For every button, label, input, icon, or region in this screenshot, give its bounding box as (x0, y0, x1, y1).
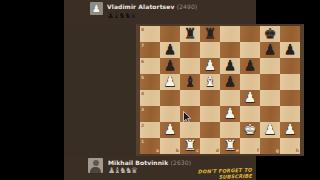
square-c2[interactable] (180, 122, 200, 138)
square-g8[interactable]: ♚ (260, 26, 280, 42)
bottom-player-rating: (2630) (171, 159, 192, 166)
square-a7[interactable]: 7 (140, 42, 160, 58)
avatar-photo-shoulders (90, 167, 101, 174)
piece-black-pawn[interactable]: ♟ (280, 41, 300, 57)
piece-white-pawn[interactable]: ♟ (240, 89, 260, 105)
piece-white-pawn[interactable]: ♟ (160, 121, 180, 137)
piece-white-pawn[interactable]: ♟ (280, 121, 300, 137)
square-f2[interactable]: ♚ (240, 122, 260, 138)
rank-label-5: 5 (141, 75, 144, 80)
file-label-g: g (276, 148, 279, 153)
bottom-captured-queen: ♛ (131, 166, 137, 175)
top-captured-tray: ♟♝♞♞♛ (107, 11, 135, 20)
square-c7[interactable] (180, 42, 200, 58)
square-a2[interactable]: 2 (140, 122, 160, 138)
square-f8[interactable] (240, 26, 260, 42)
square-g6[interactable] (260, 58, 280, 74)
square-e4[interactable] (220, 90, 240, 106)
square-b5[interactable]: ♟ (160, 74, 180, 90)
square-e6[interactable]: ♟ (220, 58, 240, 74)
piece-black-pawn[interactable]: ♟ (160, 57, 180, 73)
file-label-a: a (156, 148, 159, 153)
square-h4[interactable] (280, 90, 300, 106)
piece-black-king[interactable]: ♚ (260, 25, 280, 41)
square-g2[interactable]: ♟ (260, 122, 280, 138)
piece-white-pawn[interactable]: ♟ (160, 73, 180, 89)
piece-black-pawn[interactable]: ♟ (160, 41, 180, 57)
top-player-rating: (2490) (177, 3, 198, 10)
piece-white-pawn[interactable]: ♟ (220, 105, 240, 121)
square-e2[interactable] (220, 122, 240, 138)
bottom-player-avatar[interactable] (88, 158, 103, 173)
piece-black-pawn[interactable]: ♟ (220, 57, 240, 73)
square-f5[interactable] (240, 74, 260, 90)
rank-label-2: 2 (141, 123, 144, 128)
piece-black-rook[interactable]: ♜ (200, 25, 220, 41)
square-b6[interactable]: ♟ (160, 58, 180, 74)
square-a3[interactable]: 3 (140, 106, 160, 122)
square-b8[interactable] (160, 26, 180, 42)
rank-label-4: 4 (141, 91, 144, 96)
file-label-b: b (176, 148, 179, 153)
square-c8[interactable]: ♜ (180, 26, 200, 42)
square-a4[interactable]: 4 (140, 90, 160, 106)
square-e5[interactable]: ♟ (220, 74, 240, 90)
shorts-frame: ♟ Vladimir Alatortsev (2490) ♟♝♞♞♛ 8♜♜♚7… (0, 0, 320, 180)
square-b4[interactable] (160, 90, 180, 106)
piece-white-rook[interactable]: ♜ (180, 137, 200, 153)
square-d1[interactable]: d (200, 138, 220, 154)
square-h8[interactable] (280, 26, 300, 42)
piece-black-pawn[interactable]: ♟ (240, 57, 260, 73)
square-e3[interactable]: ♟ (220, 106, 240, 122)
square-a6[interactable]: 6 (140, 58, 160, 74)
subscribe-caption: DON'T FORGET TO SUBSCRIBE (172, 167, 252, 180)
square-d8[interactable]: ♜ (200, 26, 220, 42)
piece-white-bishop[interactable]: ♝ (200, 73, 220, 89)
rank-label-6: 6 (141, 59, 144, 64)
square-g4[interactable] (260, 90, 280, 106)
square-a1[interactable]: 1a (140, 138, 160, 154)
chess-board[interactable]: 8♜♜♚7♟♟♟6♟♟♟♟5♟♝♝♟4♟3♟2♟♚♟♟1abc♜de♜fgh (140, 26, 300, 154)
file-label-h: h (296, 148, 299, 153)
piece-white-pawn[interactable]: ♟ (200, 57, 220, 73)
square-c6[interactable] (180, 58, 200, 74)
square-f4[interactable]: ♟ (240, 90, 260, 106)
square-h7[interactable]: ♟ (280, 42, 300, 58)
bottom-player-bar: Mikhail Botvinnik (2630) ♟♝♞♞♛ DON'T FOR… (64, 156, 256, 180)
square-c4[interactable] (180, 90, 200, 106)
square-d6[interactable]: ♟ (200, 58, 220, 74)
square-f7[interactable] (240, 42, 260, 58)
square-e8[interactable] (220, 26, 240, 42)
piece-white-rook[interactable]: ♜ (220, 137, 240, 153)
bottom-captured-tray: ♟♝♞♞♛ (108, 166, 136, 175)
square-g1[interactable]: g (260, 138, 280, 154)
video-area: ♟ Vladimir Alatortsev (2490) ♟♝♞♞♛ 8♜♜♚7… (64, 0, 256, 180)
square-h1[interactable]: h (280, 138, 300, 154)
rank-label-1: 1 (141, 139, 144, 144)
square-b2[interactable]: ♟ (160, 122, 180, 138)
rank-label-7: 7 (141, 43, 144, 48)
file-label-f: f (257, 148, 259, 153)
piece-black-rook[interactable]: ♜ (180, 25, 200, 41)
top-player-name: Vladimir Alatortsev (2490) (107, 3, 197, 10)
square-e1[interactable]: e♜ (220, 138, 240, 154)
square-d3[interactable] (200, 106, 220, 122)
top-player-avatar[interactable]: ♟ (90, 2, 103, 15)
square-g7[interactable]: ♟ (260, 42, 280, 58)
mouse-cursor-icon (183, 111, 191, 123)
square-c5[interactable]: ♝ (180, 74, 200, 90)
square-b3[interactable] (160, 106, 180, 122)
top-captured-queen: ♛ (130, 11, 136, 20)
avatar-photo-icon (93, 160, 99, 166)
square-g3[interactable] (260, 106, 280, 122)
piece-black-pawn[interactable]: ♟ (260, 41, 280, 57)
square-h2[interactable]: ♟ (280, 122, 300, 138)
chess-board-frame: 8♜♜♚7♟♟♟6♟♟♟♟5♟♝♝♟4♟3♟2♟♚♟♟1abc♜de♜fgh (136, 24, 304, 156)
square-g5[interactable] (260, 74, 280, 90)
rank-label-3: 3 (141, 107, 144, 112)
rank-label-8: 8 (141, 27, 144, 32)
square-d7[interactable] (200, 42, 220, 58)
square-a5[interactable]: 5 (140, 74, 160, 90)
square-d5[interactable]: ♝ (200, 74, 220, 90)
pawn-avatar-icon: ♟ (92, 4, 101, 14)
piece-black-pawn[interactable]: ♟ (220, 73, 240, 89)
file-label-d: d (216, 148, 219, 153)
square-d2[interactable] (200, 122, 220, 138)
piece-white-pawn[interactable]: ♟ (260, 121, 280, 137)
top-player-bar: ♟ Vladimir Alatortsev (2490) ♟♝♞♞♛ (64, 0, 256, 24)
square-e7[interactable] (220, 42, 240, 58)
square-c1[interactable]: c♜ (180, 138, 200, 154)
piece-black-bishop[interactable]: ♝ (180, 73, 200, 89)
square-h3[interactable] (280, 106, 300, 122)
square-b1[interactable]: b (160, 138, 180, 154)
square-f1[interactable]: f (240, 138, 260, 154)
square-a8[interactable]: 8 (140, 26, 160, 42)
square-h6[interactable] (280, 58, 300, 74)
bottom-player-name: Mikhail Botvinnik (2630) (108, 159, 191, 166)
square-f6[interactable]: ♟ (240, 58, 260, 74)
square-h5[interactable] (280, 74, 300, 90)
piece-white-king[interactable]: ♚ (240, 121, 260, 137)
square-f3[interactable] (240, 106, 260, 122)
square-b7[interactable]: ♟ (160, 42, 180, 58)
square-d4[interactable] (200, 90, 220, 106)
